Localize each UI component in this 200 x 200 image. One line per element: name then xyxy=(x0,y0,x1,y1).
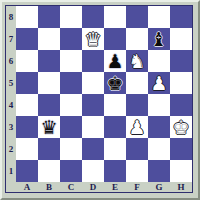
square-a7[interactable] xyxy=(16,28,38,50)
file-label-g: G xyxy=(148,182,170,192)
square-d3[interactable] xyxy=(82,116,104,138)
square-g1[interactable] xyxy=(148,160,170,182)
square-g8[interactable] xyxy=(148,6,170,28)
square-c6[interactable] xyxy=(60,50,82,72)
white-king-h3[interactable]: ♚ xyxy=(170,116,192,138)
white-pawn-g5[interactable]: ♟ xyxy=(148,72,170,94)
square-e1[interactable] xyxy=(104,160,126,182)
square-e2[interactable] xyxy=(104,138,126,160)
square-a3[interactable] xyxy=(16,116,38,138)
square-d5[interactable] xyxy=(82,72,104,94)
square-g3[interactable] xyxy=(148,116,170,138)
square-b2[interactable] xyxy=(38,138,60,160)
square-a1[interactable] xyxy=(16,160,38,182)
square-c4[interactable] xyxy=(60,94,82,116)
white-pawn-f3[interactable]: ♟ xyxy=(126,116,148,138)
file-label-h: H xyxy=(170,182,192,192)
square-b7[interactable] xyxy=(38,28,60,50)
square-d6[interactable] xyxy=(82,50,104,72)
square-d1[interactable] xyxy=(82,160,104,182)
black-queen-b3[interactable]: ♛ xyxy=(38,116,60,138)
square-h2[interactable] xyxy=(170,138,192,160)
square-b3[interactable]: ♛ xyxy=(38,116,60,138)
rank-label-3: 3 xyxy=(6,116,16,138)
square-e7[interactable] xyxy=(104,28,126,50)
file-label-f: F xyxy=(126,182,148,192)
square-a5[interactable] xyxy=(16,72,38,94)
square-c2[interactable] xyxy=(60,138,82,160)
square-g2[interactable] xyxy=(148,138,170,160)
square-g6[interactable] xyxy=(148,50,170,72)
square-h7[interactable] xyxy=(170,28,192,50)
chess-board[interactable]: ♛♝♟♞♚♟♛♟♚ xyxy=(16,6,192,182)
square-f8[interactable] xyxy=(126,6,148,28)
square-c7[interactable] xyxy=(60,28,82,50)
chess-board-window: 87654321 ♛♝♟♞♚♟♛♟♚ ABCDEFGH xyxy=(0,0,200,200)
rank-label-6: 6 xyxy=(6,50,16,72)
file-label-b: B xyxy=(38,182,60,192)
rank-label-7: 7 xyxy=(6,28,16,50)
square-g4[interactable] xyxy=(148,94,170,116)
square-h4[interactable] xyxy=(170,94,192,116)
rank-label-2: 2 xyxy=(6,138,16,160)
square-a8[interactable] xyxy=(16,6,38,28)
square-b6[interactable] xyxy=(38,50,60,72)
white-queen-d7[interactable]: ♛ xyxy=(82,28,104,50)
rank-label-5: 5 xyxy=(6,72,16,94)
square-a4[interactable] xyxy=(16,94,38,116)
square-f5[interactable] xyxy=(126,72,148,94)
square-c3[interactable] xyxy=(60,116,82,138)
file-label-c: C xyxy=(60,182,82,192)
square-g7[interactable]: ♝ xyxy=(148,28,170,50)
rank-label-8: 8 xyxy=(6,6,16,28)
white-knight-f6[interactable]: ♞ xyxy=(126,50,148,72)
square-g5[interactable]: ♟ xyxy=(148,72,170,94)
square-b5[interactable] xyxy=(38,72,60,94)
square-f7[interactable] xyxy=(126,28,148,50)
file-label-a: A xyxy=(16,182,38,192)
square-f2[interactable] xyxy=(126,138,148,160)
square-f1[interactable] xyxy=(126,160,148,182)
square-h1[interactable] xyxy=(170,160,192,182)
square-h5[interactable] xyxy=(170,72,192,94)
rank-label-4: 4 xyxy=(6,94,16,116)
square-b4[interactable] xyxy=(38,94,60,116)
square-c8[interactable] xyxy=(60,6,82,28)
square-c1[interactable] xyxy=(60,160,82,182)
board-frame: 87654321 ♛♝♟♞♚♟♛♟♚ ABCDEFGH xyxy=(5,5,193,193)
square-e4[interactable] xyxy=(104,94,126,116)
square-d4[interactable] xyxy=(82,94,104,116)
rank-label-1: 1 xyxy=(6,160,16,182)
square-e8[interactable] xyxy=(104,6,126,28)
square-h3[interactable]: ♚ xyxy=(170,116,192,138)
square-e6[interactable]: ♟ xyxy=(104,50,126,72)
square-d8[interactable] xyxy=(82,6,104,28)
square-a2[interactable] xyxy=(16,138,38,160)
black-pawn-e6[interactable]: ♟ xyxy=(104,50,126,72)
square-a6[interactable] xyxy=(16,50,38,72)
file-labels: ABCDEFGH xyxy=(16,182,192,192)
square-b1[interactable] xyxy=(38,160,60,182)
square-f6[interactable]: ♞ xyxy=(126,50,148,72)
file-label-e: E xyxy=(104,182,126,192)
square-h6[interactable] xyxy=(170,50,192,72)
black-king-e5[interactable]: ♚ xyxy=(104,72,126,94)
frame-corner xyxy=(6,182,16,192)
file-label-d: D xyxy=(82,182,104,192)
square-h8[interactable] xyxy=(170,6,192,28)
square-d7[interactable]: ♛ xyxy=(82,28,104,50)
square-f4[interactable] xyxy=(126,94,148,116)
square-d2[interactable] xyxy=(82,138,104,160)
rank-labels: 87654321 xyxy=(6,6,16,182)
square-e3[interactable] xyxy=(104,116,126,138)
square-f3[interactable]: ♟ xyxy=(126,116,148,138)
black-bishop-g7[interactable]: ♝ xyxy=(148,28,170,50)
square-e5[interactable]: ♚ xyxy=(104,72,126,94)
square-c5[interactable] xyxy=(60,72,82,94)
square-b8[interactable] xyxy=(38,6,60,28)
